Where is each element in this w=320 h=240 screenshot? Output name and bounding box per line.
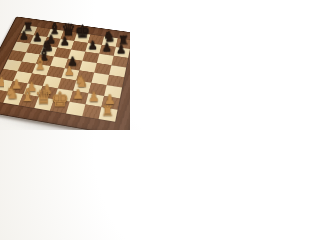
board-grid: ♜♝♛♚♞♜♟♟♟♟♟♟♟♞♝♟♝♟♞♟♟♟♟♟♟♟♜♞♝♛♚♜	[0, 25, 130, 121]
black-rook: ♜	[116, 34, 130, 46]
black-bishop: ♝	[48, 22, 62, 37]
square-h7[interactable]: ♟	[114, 47, 130, 58]
board-border: ♜♝♛♚♞♜♟♟♟♟♟♟♟♞♝♟♝♟♞♟♟♟♟♟♟♟♜♞♝♛♚♜	[0, 16, 130, 130]
square-f5[interactable]	[79, 61, 96, 73]
square-h5[interactable]	[109, 65, 126, 77]
square-f1[interactable]	[66, 102, 85, 116]
square-e5[interactable]: ♟	[65, 59, 83, 71]
square-e7[interactable]	[71, 41, 88, 52]
white-pawn: ♟	[70, 88, 86, 101]
black-rook: ♜	[21, 21, 35, 33]
square-e6[interactable]	[68, 50, 85, 61]
black-king: ♚	[75, 23, 89, 41]
photo-backdrop: ♜♝♛♚♞♜♟♟♟♟♟♟♟♞♝♟♝♟♞♟♟♟♟♟♟♟♜♞♝♛♚♜	[0, 0, 130, 130]
chess-board-scene: ♜♝♛♚♞♜♟♟♟♟♟♟♟♞♝♟♝♟♞♟♟♟♟♟♟♟♜♞♝♛♚♜	[0, 16, 130, 130]
square-h1[interactable]: ♜	[99, 107, 118, 122]
black-queen: ♛	[61, 22, 75, 39]
black-knight: ♞	[102, 30, 116, 44]
